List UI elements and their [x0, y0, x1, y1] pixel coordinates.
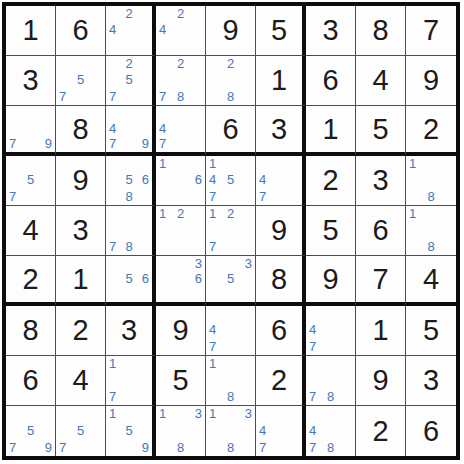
- cell-value: 7: [406, 6, 456, 55]
- cell-r4c2[interactable]: 9: [56, 156, 106, 206]
- candidate-2: 2: [227, 57, 234, 70]
- cell-r2c7[interactable]: 6: [306, 56, 356, 106]
- candidate-1: 1: [409, 207, 416, 220]
- cell-r3c7[interactable]: 1: [306, 106, 356, 156]
- cell-value: 6: [6, 356, 55, 405]
- candidate-5: 5: [27, 173, 34, 186]
- cell-value: 6: [256, 306, 302, 355]
- cell-value: 5: [356, 106, 405, 152]
- cell-value: 6: [306, 56, 355, 105]
- cell-value: 3: [56, 206, 105, 255]
- cell-value: 6: [56, 6, 105, 55]
- candidate-5: 5: [77, 73, 84, 86]
- cell-value: 3: [256, 106, 302, 152]
- cell-r3c5[interactable]: 6: [206, 106, 256, 156]
- candidate-grid: 568: [109, 157, 149, 203]
- cell-r8c2[interactable]: 4: [56, 356, 106, 406]
- candidate-grid: 78: [309, 357, 352, 403]
- candidate-8: 8: [227, 390, 234, 403]
- candidate-2: 2: [177, 207, 184, 220]
- cell-value: 9: [206, 6, 255, 55]
- candidate-1: 1: [209, 157, 216, 170]
- candidate-7: 7: [259, 190, 266, 203]
- candidate-grid: 47: [209, 307, 252, 353]
- candidate-4: 4: [159, 23, 166, 36]
- cell-r6c1[interactable]: 2: [6, 256, 56, 306]
- cell-r4c6[interactable]: 47: [256, 156, 306, 206]
- cell-r6c5[interactable]: 35: [206, 256, 256, 306]
- candidate-1: 1: [209, 207, 216, 220]
- candidate-grid: 47: [159, 107, 202, 150]
- cell-r3c4[interactable]: 47: [156, 106, 206, 156]
- cell-value: 1: [6, 6, 55, 55]
- candidate-grid: 159: [109, 407, 149, 454]
- candidate-2: 2: [177, 57, 184, 70]
- candidate-grid: 478: [309, 407, 352, 454]
- candidate-7: 7: [59, 441, 66, 454]
- candidate-grid: 24: [159, 7, 202, 53]
- candidate-grid: 57: [59, 57, 102, 103]
- cell-r5c1[interactable]: 4: [6, 206, 56, 256]
- cell-r8c9[interactable]: 3: [406, 356, 456, 406]
- candidate-4: 4: [259, 173, 266, 186]
- cell-value: 2: [256, 356, 302, 405]
- cell-value: 6: [206, 106, 255, 152]
- candidate-grid: 278: [159, 57, 202, 103]
- candidate-3: 3: [245, 407, 252, 420]
- candidate-grid: 257: [109, 57, 149, 103]
- candidate-4: 4: [209, 173, 216, 186]
- cell-value: 2: [56, 306, 105, 355]
- cell-value: 9: [306, 256, 355, 302]
- cell-value: 1: [306, 106, 355, 152]
- candidate-1: 1: [159, 157, 166, 170]
- candidate-grid: 18: [409, 207, 453, 253]
- cell-r7c7[interactable]: 47: [306, 306, 356, 356]
- candidate-4: 4: [109, 122, 116, 135]
- candidate-8: 8: [177, 441, 184, 454]
- cell-r5c6[interactable]: 9: [256, 206, 306, 256]
- candidate-3: 3: [195, 257, 202, 270]
- candidate-grid: 138: [209, 407, 252, 454]
- candidate-7: 7: [159, 137, 166, 150]
- candidate-7: 7: [209, 240, 216, 253]
- cell-r5c3[interactable]: 78: [106, 206, 156, 256]
- candidate-9: 9: [142, 137, 149, 150]
- candidate-grid: 79: [9, 107, 52, 150]
- cell-r2c5[interactable]: 28: [206, 56, 256, 106]
- candidate-7: 7: [309, 441, 316, 454]
- candidate-7: 7: [209, 190, 216, 203]
- candidate-7: 7: [309, 390, 316, 403]
- cell-r9c1[interactable]: 579: [6, 406, 56, 456]
- cell-r1c9[interactable]: 7: [406, 6, 456, 56]
- candidate-grid: 579: [9, 407, 52, 454]
- cell-r9c4[interactable]: 138: [156, 406, 206, 456]
- cell-r8c7[interactable]: 78: [306, 356, 356, 406]
- candidate-7: 7: [309, 340, 316, 353]
- candidate-5: 5: [227, 173, 234, 186]
- cell-r2c9[interactable]: 9: [406, 56, 456, 106]
- cell-r9c8[interactable]: 2: [356, 406, 406, 456]
- candidate-5: 5: [125, 73, 132, 86]
- cell-value: 3: [106, 306, 152, 355]
- candidate-2: 2: [177, 7, 184, 20]
- candidate-grid: 18: [409, 157, 453, 203]
- candidate-4: 4: [309, 323, 316, 336]
- cell-value: 1: [56, 256, 105, 302]
- candidate-7: 7: [9, 137, 16, 150]
- cell-r4c5[interactable]: 1457: [206, 156, 256, 206]
- cell-r4c1[interactable]: 57: [6, 156, 56, 206]
- cell-value: 2: [406, 106, 456, 152]
- candidate-grid: 35: [209, 257, 252, 300]
- candidate-5: 5: [125, 173, 132, 186]
- candidate-grid: 127: [209, 207, 252, 253]
- cell-r7c5[interactable]: 47: [206, 306, 256, 356]
- candidate-8: 8: [125, 190, 132, 203]
- cell-value: 4: [356, 56, 405, 105]
- candidate-7: 7: [109, 137, 116, 150]
- cell-r8c6[interactable]: 2: [256, 356, 306, 406]
- candidate-grid: 47: [309, 307, 352, 353]
- cell-r9c7[interactable]: 478: [306, 406, 356, 456]
- cell-r6c4[interactable]: 36: [156, 256, 206, 306]
- cell-r3c3[interactable]: 479: [106, 106, 156, 156]
- candidate-7: 7: [209, 340, 216, 353]
- cell-r4c3[interactable]: 568: [106, 156, 156, 206]
- cell-value: 9: [356, 356, 405, 405]
- candidate-6: 6: [142, 272, 149, 285]
- candidate-3: 3: [245, 257, 252, 270]
- candidate-8: 8: [227, 441, 234, 454]
- cell-r5c7[interactable]: 5: [306, 206, 356, 256]
- cell-r1c5[interactable]: 9: [206, 6, 256, 56]
- candidate-grid: 36: [159, 257, 202, 300]
- cell-value: 7: [356, 256, 405, 302]
- candidate-1: 1: [109, 357, 116, 370]
- candidate-6: 6: [142, 173, 149, 186]
- cell-r5c5[interactable]: 127: [206, 206, 256, 256]
- cell-r4c9[interactable]: 18: [406, 156, 456, 206]
- cell-r8c3[interactable]: 17: [106, 356, 156, 406]
- cell-value: 2: [306, 156, 355, 205]
- cell-r5c4[interactable]: 12: [156, 206, 206, 256]
- cell-r4c7[interactable]: 2: [306, 156, 356, 206]
- cell-r6c9[interactable]: 4: [406, 256, 456, 306]
- cell-r7c4[interactable]: 9: [156, 306, 206, 356]
- candidate-8: 8: [427, 190, 434, 203]
- candidate-6: 6: [195, 272, 202, 285]
- cell-r6c7[interactable]: 9: [306, 256, 356, 306]
- cell-r6c2[interactable]: 1: [56, 256, 106, 306]
- candidate-8: 8: [177, 90, 184, 103]
- cell-r1c1[interactable]: 1: [6, 6, 56, 56]
- candidate-5: 5: [27, 424, 34, 437]
- cell-r6c3[interactable]: 56: [106, 256, 156, 306]
- candidate-grid: 56: [109, 257, 149, 300]
- candidate-9: 9: [142, 441, 149, 454]
- cell-r1c8[interactable]: 8: [356, 6, 406, 56]
- cell-value: 3: [306, 6, 355, 55]
- cell-value: 1: [356, 306, 405, 355]
- candidate-grid: 57: [9, 157, 52, 203]
- cell-r8c8[interactable]: 9: [356, 356, 406, 406]
- candidate-7: 7: [109, 390, 116, 403]
- cell-r8c1[interactable]: 6: [6, 356, 56, 406]
- cell-value: 3: [356, 156, 405, 205]
- candidate-4: 4: [209, 323, 216, 336]
- candidate-1: 1: [209, 357, 216, 370]
- cell-r7c9[interactable]: 5: [406, 306, 456, 356]
- candidate-grid: 47: [259, 157, 299, 203]
- cell-r2c2[interactable]: 57: [56, 56, 106, 106]
- candidate-1: 1: [209, 407, 216, 420]
- candidate-grid: 12: [159, 207, 202, 253]
- cell-r4c8[interactable]: 3: [356, 156, 406, 206]
- cell-value: 9: [156, 306, 205, 355]
- candidate-7: 7: [9, 190, 16, 203]
- candidate-5: 5: [77, 424, 84, 437]
- cell-r2c6[interactable]: 1: [256, 56, 306, 106]
- candidate-grid: 17: [109, 357, 149, 403]
- cell-value: 6: [406, 406, 456, 456]
- candidate-8: 8: [125, 240, 132, 253]
- candidate-grid: 57: [59, 407, 102, 454]
- cell-r5c9[interactable]: 18: [406, 206, 456, 256]
- cell-value: 3: [406, 356, 456, 405]
- cell-r8c4[interactable]: 5: [156, 356, 206, 406]
- cell-r5c8[interactable]: 6: [356, 206, 406, 256]
- candidate-2: 2: [227, 207, 234, 220]
- candidate-6: 6: [195, 173, 202, 186]
- cell-r9c6[interactable]: 47: [256, 406, 306, 456]
- candidate-1: 1: [409, 157, 416, 170]
- cell-r7c8[interactable]: 1: [356, 306, 406, 356]
- cell-r7c3[interactable]: 3: [106, 306, 156, 356]
- cell-value: 4: [56, 356, 105, 405]
- candidate-7: 7: [59, 90, 66, 103]
- cell-value: 5: [306, 206, 355, 255]
- candidate-grid: 18: [209, 357, 252, 403]
- candidate-2: 2: [125, 57, 132, 70]
- cell-value: 4: [6, 206, 55, 255]
- candidate-4: 4: [309, 424, 316, 437]
- cell-r9c5[interactable]: 138: [206, 406, 256, 456]
- cell-value: 5: [406, 306, 456, 355]
- candidate-grid: 47: [259, 407, 299, 454]
- candidate-7: 7: [259, 441, 266, 454]
- cell-r1c4[interactable]: 24: [156, 6, 206, 56]
- cell-r9c2[interactable]: 57: [56, 406, 106, 456]
- cell-value: 5: [256, 6, 302, 55]
- cell-r3c8[interactable]: 5: [356, 106, 406, 156]
- candidate-7: 7: [9, 441, 16, 454]
- cell-r3c6[interactable]: 3: [256, 106, 306, 156]
- cell-value: 8: [356, 6, 405, 55]
- cell-r3c9[interactable]: 2: [406, 106, 456, 156]
- candidate-8: 8: [227, 90, 234, 103]
- candidate-9: 9: [45, 441, 52, 454]
- cell-r1c7[interactable]: 3: [306, 6, 356, 56]
- cell-r9c3[interactable]: 159: [106, 406, 156, 456]
- candidate-8: 8: [427, 240, 434, 253]
- cell-value: 1: [256, 56, 302, 105]
- cell-r7c1[interactable]: 8: [6, 306, 56, 356]
- cell-value: 4: [406, 256, 456, 302]
- candidate-grid: 24: [109, 7, 149, 53]
- cell-r2c8[interactable]: 4: [356, 56, 406, 106]
- candidate-8: 8: [327, 390, 334, 403]
- cell-value: 8: [56, 106, 105, 152]
- candidate-grid: 479: [109, 107, 149, 150]
- cell-value: 9: [256, 206, 302, 255]
- candidate-5: 5: [227, 272, 234, 285]
- candidate-4: 4: [159, 122, 166, 135]
- candidate-5: 5: [125, 272, 132, 285]
- candidate-8: 8: [327, 441, 334, 454]
- cell-value: 5: [156, 356, 205, 405]
- cell-r2c4[interactable]: 278: [156, 56, 206, 106]
- candidate-3: 3: [195, 407, 202, 420]
- cell-value: 9: [406, 56, 456, 105]
- cell-r2c3[interactable]: 257: [106, 56, 156, 106]
- candidate-5: 5: [125, 424, 132, 437]
- candidate-grid: 1457: [209, 157, 252, 203]
- cell-value: 9: [56, 156, 105, 205]
- candidate-9: 9: [45, 137, 52, 150]
- cell-r7c2[interactable]: 2: [56, 306, 106, 356]
- candidate-7: 7: [109, 90, 116, 103]
- cell-r8c5[interactable]: 18: [206, 356, 256, 406]
- cell-value: 8: [256, 256, 302, 302]
- candidate-1: 1: [159, 207, 166, 220]
- candidate-grid: 16: [159, 157, 202, 203]
- candidate-grid: 28: [209, 57, 252, 103]
- cell-value: 2: [356, 406, 405, 456]
- cell-r4c4[interactable]: 16: [156, 156, 206, 206]
- cell-value: 3: [6, 56, 55, 105]
- cell-r7c6[interactable]: 6: [256, 306, 306, 356]
- cell-value: 8: [6, 306, 55, 355]
- cell-r9c9[interactable]: 6: [406, 406, 456, 456]
- cell-r3c1[interactable]: 79: [6, 106, 56, 156]
- candidate-7: 7: [159, 90, 166, 103]
- cell-r6c8[interactable]: 7: [356, 256, 406, 306]
- candidate-4: 4: [109, 23, 116, 36]
- candidate-1: 1: [109, 407, 116, 420]
- cell-r2c1[interactable]: 3: [6, 56, 56, 106]
- candidate-1: 1: [159, 407, 166, 420]
- cell-r1c3[interactable]: 24: [106, 6, 156, 56]
- candidate-grid: 138: [159, 407, 202, 454]
- candidate-7: 7: [109, 240, 116, 253]
- sudoku-board: 1624249538735725727828164979847947631525…: [2, 2, 460, 460]
- cell-value: 6: [356, 206, 405, 255]
- candidate-4: 4: [259, 424, 266, 437]
- cell-value: 2: [6, 256, 55, 302]
- cell-r1c2[interactable]: 6: [56, 6, 106, 56]
- candidate-grid: 78: [109, 207, 149, 253]
- cell-r1c6[interactable]: 5: [256, 6, 306, 56]
- candidate-2: 2: [125, 7, 132, 20]
- cell-r6c6[interactable]: 8: [256, 256, 306, 306]
- cell-r3c2[interactable]: 8: [56, 106, 106, 156]
- cell-r5c2[interactable]: 3: [56, 206, 106, 256]
